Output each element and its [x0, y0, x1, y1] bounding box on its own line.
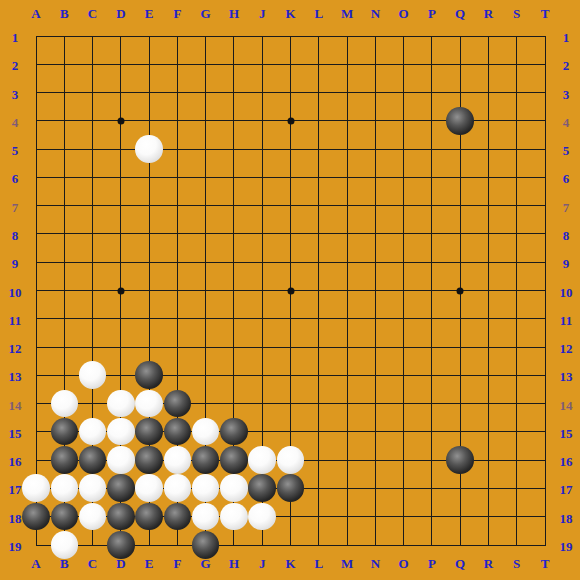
- column-label: R: [484, 7, 493, 20]
- white-stone-B17: [51, 474, 79, 502]
- black-stone-F15: [164, 418, 192, 446]
- row-label: 18: [560, 511, 573, 524]
- column-label: J: [259, 7, 266, 20]
- column-label: M: [341, 7, 353, 20]
- black-stone-J17: [248, 474, 276, 502]
- row-label: 6: [563, 172, 570, 185]
- white-stone-K16: [277, 446, 305, 474]
- row-label: 4: [563, 115, 570, 128]
- row-label: 10: [560, 285, 573, 298]
- white-stone-E14: [135, 390, 163, 418]
- white-stone-F17: [164, 474, 192, 502]
- row-label: 7: [12, 200, 19, 213]
- white-stone-F16: [164, 446, 192, 474]
- black-stone-C16: [79, 446, 107, 474]
- white-stone-J16: [248, 446, 276, 474]
- row-label: 5: [12, 144, 19, 157]
- white-stone-C13: [79, 361, 107, 389]
- row-label: 1: [12, 31, 19, 44]
- column-label: T: [541, 7, 550, 20]
- white-stone-E5: [135, 135, 163, 163]
- black-stone-D17: [107, 474, 135, 502]
- white-stone-C17: [79, 474, 107, 502]
- row-label: 8: [563, 228, 570, 241]
- black-stone-A18: [22, 503, 50, 531]
- row-label: 14: [560, 398, 573, 411]
- black-stone-K17: [277, 474, 305, 502]
- white-stone-G17: [192, 474, 220, 502]
- row-label: 12: [560, 342, 573, 355]
- row-label: 6: [12, 172, 19, 185]
- black-stone-Q16: [446, 446, 474, 474]
- row-label: 15: [9, 426, 22, 439]
- white-stone-G18: [192, 503, 220, 531]
- row-label: 18: [9, 511, 22, 524]
- white-stone-C18: [79, 503, 107, 531]
- white-stone-H18: [220, 503, 248, 531]
- column-label: H: [229, 7, 239, 20]
- white-stone-B19: [51, 531, 79, 559]
- white-stone-D14: [107, 390, 135, 418]
- column-label: N: [371, 7, 380, 20]
- row-label: 4: [12, 115, 19, 128]
- column-label: Q: [455, 7, 465, 20]
- black-stone-D19: [107, 531, 135, 559]
- go-board[interactable]: AABBCCDDEEFFGGHHJJKKLLMMNNOOPPQQRRSSTT11…: [0, 0, 580, 580]
- white-stone-B14: [51, 390, 79, 418]
- row-label: 11: [9, 313, 21, 326]
- white-stone-H17: [220, 474, 248, 502]
- row-label: 19: [560, 540, 573, 553]
- black-stone-B16: [51, 446, 79, 474]
- white-stone-G15: [192, 418, 220, 446]
- black-stone-H15: [220, 418, 248, 446]
- row-label: 17: [560, 483, 573, 496]
- stones-layer: [22, 22, 559, 559]
- row-label: 11: [560, 313, 572, 326]
- white-stone-J18: [248, 503, 276, 531]
- row-label: 9: [563, 257, 570, 270]
- row-label: 14: [9, 398, 22, 411]
- black-stone-E18: [135, 503, 163, 531]
- white-stone-D16: [107, 446, 135, 474]
- black-stone-B18: [51, 503, 79, 531]
- row-label: 2: [12, 59, 19, 72]
- row-label: 3: [12, 87, 19, 100]
- row-label: 10: [9, 285, 22, 298]
- black-stone-H16: [220, 446, 248, 474]
- black-stone-G19: [192, 531, 220, 559]
- row-label: 12: [9, 342, 22, 355]
- column-label: B: [60, 7, 69, 20]
- row-label: 16: [9, 455, 22, 468]
- black-stone-E13: [135, 361, 163, 389]
- white-stone-C15: [79, 418, 107, 446]
- row-label: 1: [563, 31, 570, 44]
- black-stone-D18: [107, 503, 135, 531]
- black-stone-F14: [164, 390, 192, 418]
- black-stone-B15: [51, 418, 79, 446]
- row-label: 13: [560, 370, 573, 383]
- row-label: 15: [560, 426, 573, 439]
- column-label: G: [201, 7, 211, 20]
- row-label: 7: [563, 200, 570, 213]
- white-stone-A17: [22, 474, 50, 502]
- column-label: L: [314, 7, 323, 20]
- column-label: E: [145, 7, 154, 20]
- column-label: A: [31, 7, 40, 20]
- row-label: 16: [560, 455, 573, 468]
- black-stone-E16: [135, 446, 163, 474]
- black-stone-E15: [135, 418, 163, 446]
- column-label: C: [88, 7, 97, 20]
- column-label: F: [173, 7, 181, 20]
- row-label: 9: [12, 257, 19, 270]
- row-label: 17: [9, 483, 22, 496]
- column-label: K: [285, 7, 295, 20]
- row-label: 2: [563, 59, 570, 72]
- column-label: D: [116, 7, 125, 20]
- column-label: S: [513, 7, 520, 20]
- row-label: 19: [9, 540, 22, 553]
- black-stone-F18: [164, 503, 192, 531]
- column-label: P: [428, 7, 436, 20]
- row-label: 8: [12, 228, 19, 241]
- black-stone-Q4: [446, 107, 474, 135]
- row-label: 13: [9, 370, 22, 383]
- row-label: 3: [563, 87, 570, 100]
- white-stone-D15: [107, 418, 135, 446]
- black-stone-G16: [192, 446, 220, 474]
- row-label: 5: [563, 144, 570, 157]
- white-stone-E17: [135, 474, 163, 502]
- column-label: O: [399, 7, 409, 20]
